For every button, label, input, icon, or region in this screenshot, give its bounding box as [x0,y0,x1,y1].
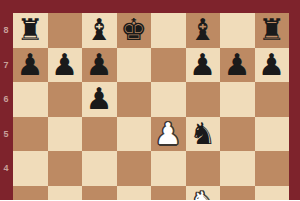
square-e3[interactable] [151,186,186,201]
square-d3[interactable] [117,186,152,201]
square-h8[interactable]: ♜ [255,13,290,48]
square-f8[interactable]: ♝ [186,13,221,48]
piece-black-pawn[interactable]: ♟ [86,82,113,117]
square-g3[interactable] [220,186,255,201]
square-c3[interactable] [82,186,117,201]
square-e8[interactable] [151,13,186,48]
square-e6[interactable] [151,82,186,117]
piece-black-bishop[interactable]: ♝ [189,13,216,48]
square-c7[interactable]: ♟ [82,48,117,83]
piece-black-king[interactable]: ♚ [120,13,147,48]
square-d4[interactable] [117,151,152,186]
piece-black-pawn[interactable]: ♟ [258,48,285,83]
square-g7[interactable]: ♟ [220,48,255,83]
square-a3[interactable] [13,186,48,201]
square-c6[interactable]: ♟ [82,82,117,117]
rank-label-3: 3 [0,198,12,200]
square-d8[interactable]: ♚ [117,13,152,48]
square-f6[interactable] [186,82,221,117]
piece-black-pawn[interactable]: ♟ [189,48,216,83]
chess-board: ♜♝♚♝♜♟♟♟♟♟♟♟♟♞♞ [13,13,289,200]
square-b4[interactable] [48,151,83,186]
piece-black-pawn[interactable]: ♟ [17,48,44,83]
square-h7[interactable]: ♟ [255,48,290,83]
square-c8[interactable]: ♝ [82,13,117,48]
square-g8[interactable] [220,13,255,48]
square-f5[interactable]: ♞ [186,117,221,152]
square-g4[interactable] [220,151,255,186]
square-h6[interactable] [255,82,290,117]
square-d5[interactable] [117,117,152,152]
square-c4[interactable] [82,151,117,186]
square-b7[interactable]: ♟ [48,48,83,83]
piece-black-rook[interactable]: ♜ [258,13,285,48]
square-a7[interactable]: ♟ [13,48,48,83]
rank-label-7: 7 [0,60,12,70]
square-b8[interactable] [48,13,83,48]
piece-white-pawn[interactable]: ♟ [155,117,182,152]
square-b3[interactable] [48,186,83,201]
rank-label-4: 4 [0,163,12,173]
piece-black-rook[interactable]: ♜ [17,13,44,48]
rank-label-5: 5 [0,129,12,139]
square-f7[interactable]: ♟ [186,48,221,83]
square-g5[interactable] [220,117,255,152]
piece-white-knight[interactable]: ♞ [189,186,216,201]
piece-black-pawn[interactable]: ♟ [224,48,251,83]
piece-black-knight[interactable]: ♞ [189,117,216,152]
square-f4[interactable] [186,151,221,186]
chessboard-view: ♜♝♚♝♜♟♟♟♟♟♟♟♟♞♞ 876543 [0,0,300,200]
rank-label-6: 6 [0,94,12,104]
square-a4[interactable] [13,151,48,186]
square-h4[interactable] [255,151,290,186]
square-e7[interactable] [151,48,186,83]
square-d6[interactable] [117,82,152,117]
square-b5[interactable] [48,117,83,152]
square-e5[interactable]: ♟ [151,117,186,152]
square-g6[interactable] [220,82,255,117]
piece-black-pawn[interactable]: ♟ [86,48,113,83]
rank-label-8: 8 [0,25,12,35]
square-b6[interactable] [48,82,83,117]
square-a6[interactable] [13,82,48,117]
square-e4[interactable] [151,151,186,186]
piece-black-bishop[interactable]: ♝ [86,13,113,48]
square-h5[interactable] [255,117,290,152]
square-h3[interactable] [255,186,290,201]
square-d7[interactable] [117,48,152,83]
square-a5[interactable] [13,117,48,152]
square-a8[interactable]: ♜ [13,13,48,48]
piece-black-pawn[interactable]: ♟ [51,48,78,83]
square-c5[interactable] [82,117,117,152]
square-f3[interactable]: ♞ [186,186,221,201]
